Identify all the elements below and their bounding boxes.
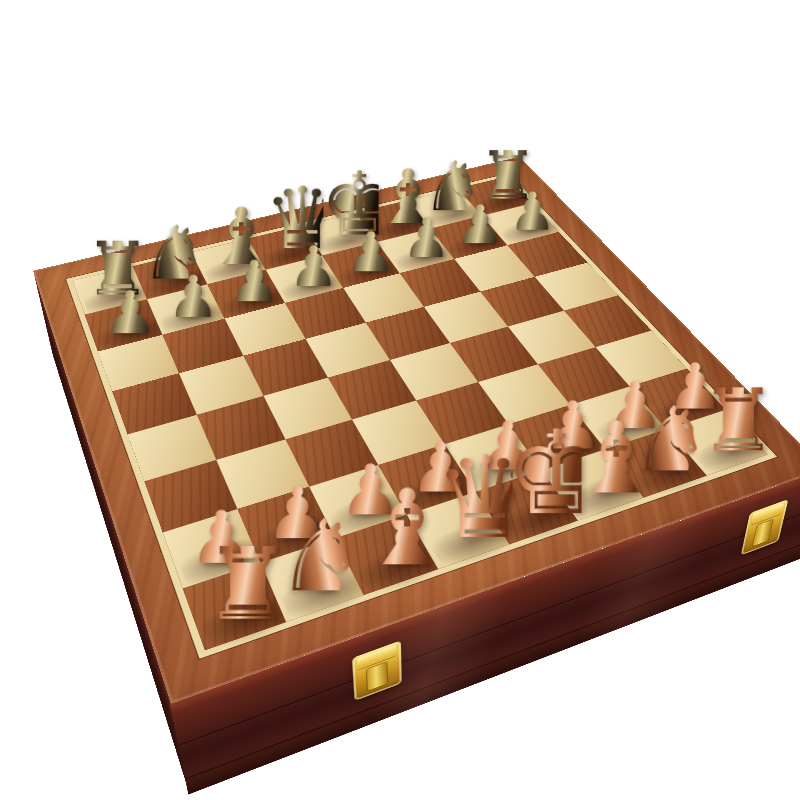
piece-black-pawn-e7: ♟ [341, 224, 402, 279]
chess-box: ♜♞♝♛♚♝♞♜♟♟♟♟♟♟♟♟♟♟♟♟♟♟♟♟♜♞♝♛♚♝♞♜ [33, 157, 800, 704]
piece-black-pawn-b7: ♟ [161, 268, 225, 326]
piece-white-rook-a1: ♜ [203, 535, 287, 634]
piece-black-pawn-c7: ♟ [223, 253, 286, 310]
piece-black-pawn-f7: ♟ [397, 211, 457, 265]
piece-white-knight-b1: ♞ [283, 507, 365, 607]
chess-set-photo: ♜♞♝♛♚♝♞♜♟♟♟♟♟♟♟♟♟♟♟♟♟♟♟♟♜♞♝♛♚♝♞♜ [0, 0, 800, 800]
piece-black-pawn-h7: ♟ [504, 185, 562, 238]
square-a1: ♜ [183, 563, 286, 650]
piece-black-pawn-a7: ♟ [98, 283, 163, 342]
scene-3d: ♜♞♝♛♚♝♞♜♟♟♟♟♟♟♟♟♟♟♟♟♟♟♟♟♜♞♝♛♚♝♞♜ [0, 0, 800, 800]
piece-black-pawn-g7: ♟ [451, 198, 510, 251]
piece-white-bishop-c1: ♝ [360, 475, 441, 580]
piece-black-pawn-d7: ♟ [283, 238, 345, 294]
